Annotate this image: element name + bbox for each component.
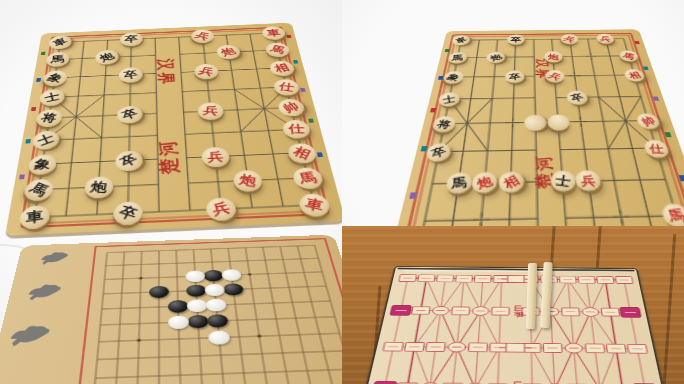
luzhanqi-print: 山界山界 (352, 267, 677, 384)
scene-right-column: 汉界 河楚 車卒兵兵馬炮炮馬象卒兵相士卒将帅卒仕馬士炮相兵馬車卒兵車 山界山界 (342, 0, 684, 384)
luzhanqi-board: 山界山界 (394, 267, 636, 384)
horse-painting (41, 251, 69, 265)
luzhanqi-board-surface: 山界山界 (352, 267, 677, 384)
mountain-border-label: 山界 (513, 305, 525, 318)
river-label-hanjie: 汉界 (156, 58, 175, 85)
go-board (22, 235, 342, 384)
go-board-surface (0, 235, 342, 384)
video-frame-montage: 汉界 河楚 車卒兵車馬炮炮馬象卒兵相士仕将卒兵帅士仕象卒兵相馬炮炮馬車卒兵車 汉… (0, 0, 684, 384)
wooden-table: 山界山界 (342, 226, 684, 384)
xiangqi-board-surface: 汉界 河楚 車卒兵車馬炮炮馬象卒兵相士仕将卒兵帅士仕象卒兵相馬炮炮馬車卒兵車 (5, 23, 342, 236)
plank-seam (663, 234, 676, 384)
river-label-chuhe: 河楚 (158, 139, 180, 175)
horse-painting (28, 283, 61, 301)
xiangqi-piece: 卒 (507, 35, 525, 45)
horse-painting (10, 323, 50, 347)
xiangqi-piece: 炮 (544, 51, 563, 63)
scene-left-column: 汉界 河楚 車卒兵車馬炮炮馬象卒兵相士仕将卒兵帅士仕象卒兵相馬炮炮馬車卒兵車 (0, 0, 342, 384)
